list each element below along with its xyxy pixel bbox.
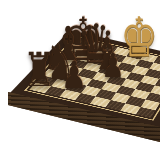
chess-set-photo: ♜♞♝♚♛♝♟♟♚ xyxy=(0,0,160,160)
